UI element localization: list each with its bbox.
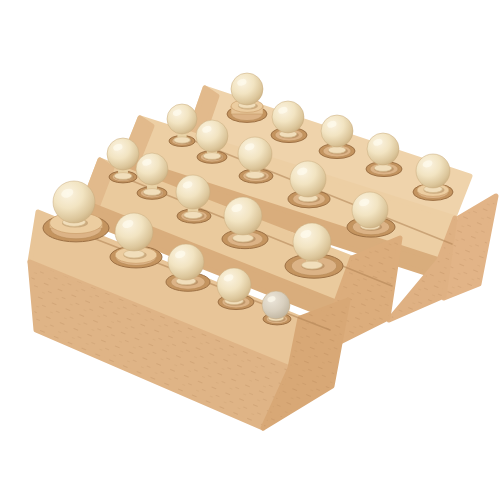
knob-ball-A2 xyxy=(115,213,153,251)
knob-ball-C5 xyxy=(352,192,388,228)
knob-ball-C1 xyxy=(167,104,197,134)
knob-B2 xyxy=(136,153,168,199)
knob-ball-B3 xyxy=(176,175,210,209)
knob-ball-C3 xyxy=(238,137,272,171)
knob-C2 xyxy=(196,120,228,163)
knob-collar-B3 xyxy=(184,211,203,218)
knob-ball-A4 xyxy=(217,268,251,302)
knob-ball-C2 xyxy=(196,120,228,152)
knob-ball-A1 xyxy=(53,181,95,223)
knob-ball-C4 xyxy=(290,161,326,197)
cylinder-blocks-photo xyxy=(0,0,500,500)
knob-ball-D4 xyxy=(367,133,399,165)
product-photo-canvas xyxy=(0,0,500,500)
knob-collar-B2 xyxy=(143,189,161,196)
knob-ball-D3 xyxy=(321,115,353,147)
knob-B1 xyxy=(107,138,139,183)
knob-ball-B4 xyxy=(224,197,262,235)
knob-collar-D4 xyxy=(374,165,392,172)
knob-ball-D1 xyxy=(231,73,263,105)
knob-ball-A5 xyxy=(262,291,290,319)
knob-collar-C1 xyxy=(174,137,191,143)
knob-ball-D5 xyxy=(416,154,450,188)
knob-collar-C3 xyxy=(246,171,265,178)
knob-A5 xyxy=(262,291,291,325)
knob-ball-B2 xyxy=(136,153,168,185)
knob-collar-D3 xyxy=(328,147,346,154)
knob-ball-B5 xyxy=(293,223,331,261)
knob-collar-B1 xyxy=(114,173,132,180)
knob-B3 xyxy=(176,175,211,223)
knob-ball-A3 xyxy=(168,244,204,280)
knob-C3 xyxy=(238,137,273,183)
knob-ball-B1 xyxy=(107,138,139,170)
knob-D3 xyxy=(319,115,355,159)
knob-C1 xyxy=(167,104,197,146)
knob-collar-C2 xyxy=(203,153,221,160)
knob-D5 xyxy=(413,154,453,200)
knob-collar-B5 xyxy=(302,261,323,269)
knob-ball-D2 xyxy=(272,101,304,133)
